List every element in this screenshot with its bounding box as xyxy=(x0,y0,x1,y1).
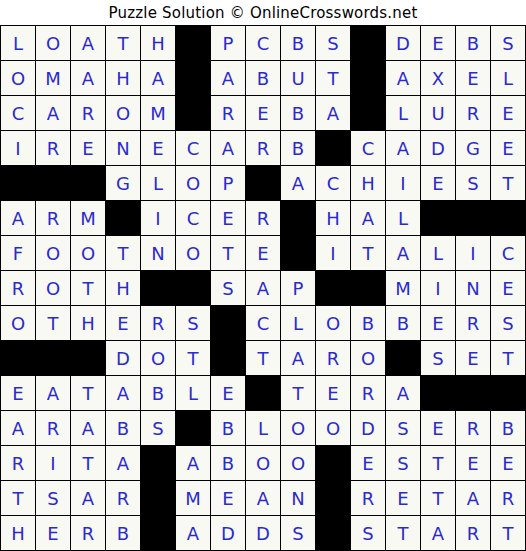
letter-cell-r12c1: A xyxy=(1,411,35,445)
letter-cell-r14c4: R xyxy=(106,481,140,515)
letter-cell-r11c1: E xyxy=(1,376,35,410)
letter-cell-r5c10: C xyxy=(316,166,350,200)
letter-cell-r15c13: A xyxy=(421,516,455,550)
letter-cell-r5c14: S xyxy=(456,166,490,200)
letter-cell-r13c13: T xyxy=(421,446,455,480)
letter-cell-r15c1: H xyxy=(1,516,35,550)
letter-cell-r1c12: D xyxy=(386,26,420,60)
letter-cell-r14c2: S xyxy=(36,481,70,515)
letter-cell-r4c11: C xyxy=(351,131,385,165)
letter-cell-r8c15: E xyxy=(491,271,525,305)
letter-cell-r1c4: T xyxy=(106,26,140,60)
letter-cell-r2c5: A xyxy=(141,61,175,95)
block-cell-r2c11 xyxy=(351,61,385,95)
letter-cell-r15c7: D xyxy=(211,516,245,550)
block-cell-r3c6 xyxy=(176,96,210,130)
letter-cell-r3c8: E xyxy=(246,96,280,130)
letter-cell-r9c12: B xyxy=(386,306,420,340)
block-cell-r5c1 xyxy=(1,166,35,200)
letter-cell-r14c9: N xyxy=(281,481,315,515)
letter-cell-r11c11: R xyxy=(351,376,385,410)
letter-cell-r1c14: B xyxy=(456,26,490,60)
letter-cell-r2c8: B xyxy=(246,61,280,95)
letter-cell-r6c6: C xyxy=(176,201,210,235)
letter-cell-r10c15: T xyxy=(491,341,525,375)
letter-cell-r15c11: S xyxy=(351,516,385,550)
letter-cell-r10c8: T xyxy=(246,341,280,375)
block-cell-r5c2 xyxy=(36,166,70,200)
block-cell-r9c7 xyxy=(211,306,245,340)
letter-cell-r7c12: A xyxy=(386,236,420,270)
block-cell-r11c13 xyxy=(421,376,455,410)
letter-cell-r2c1: O xyxy=(1,61,35,95)
block-cell-r11c15 xyxy=(491,376,525,410)
letter-cell-r2c15: L xyxy=(491,61,525,95)
letter-cell-r8c12: M xyxy=(386,271,420,305)
letter-cell-r15c12: T xyxy=(386,516,420,550)
letter-cell-r3c13: U xyxy=(421,96,455,130)
letter-cell-r3c7: R xyxy=(211,96,245,130)
letter-cell-r3c10: A xyxy=(316,96,350,130)
letter-cell-r12c14: R xyxy=(456,411,490,445)
letter-cell-r5c6: O xyxy=(176,166,210,200)
block-cell-r8c5 xyxy=(141,271,175,305)
letter-cell-r7c1: F xyxy=(1,236,35,270)
letter-cell-r15c8: D xyxy=(246,516,280,550)
letter-cell-r6c1: A xyxy=(1,201,35,235)
block-cell-r7c9 xyxy=(281,236,315,270)
letter-cell-r9c15: S xyxy=(491,306,525,340)
letter-cell-r4c8: R xyxy=(246,131,280,165)
letter-cell-r11c10: E xyxy=(316,376,350,410)
letter-cell-r15c2: E xyxy=(36,516,70,550)
letter-cell-r11c5: B xyxy=(141,376,175,410)
letter-cell-r7c14: I xyxy=(456,236,490,270)
block-cell-r11c8 xyxy=(246,376,280,410)
letter-cell-r4c13: D xyxy=(421,131,455,165)
letter-cell-r12c9: O xyxy=(281,411,315,445)
letter-cell-r4c4: N xyxy=(106,131,140,165)
letter-cell-r9c5: R xyxy=(141,306,175,340)
letter-cell-r1c13: E xyxy=(421,26,455,60)
block-cell-r1c6 xyxy=(176,26,210,60)
letter-cell-r4c1: I xyxy=(1,131,35,165)
letter-cell-r12c2: R xyxy=(36,411,70,445)
block-cell-r6c15 xyxy=(491,201,525,235)
letter-cell-r7c10: I xyxy=(316,236,350,270)
letter-cell-r6c11: A xyxy=(351,201,385,235)
block-cell-r10c1 xyxy=(1,341,35,375)
letter-cell-r13c11: E xyxy=(351,446,385,480)
letter-cell-r4c5: E xyxy=(141,131,175,165)
letter-cell-r8c7: S xyxy=(211,271,245,305)
letter-cell-r2c7: A xyxy=(211,61,245,95)
letter-cell-r8c4: H xyxy=(106,271,140,305)
letter-cell-r1c15: S xyxy=(491,26,525,60)
letter-cell-r12c13: E xyxy=(421,411,455,445)
block-cell-r10c2 xyxy=(36,341,70,375)
letter-cell-r11c3: T xyxy=(71,376,105,410)
letter-cell-r12c11: D xyxy=(351,411,385,445)
block-cell-r3c11 xyxy=(351,96,385,130)
letter-cell-r2c13: X xyxy=(421,61,455,95)
letter-cell-r5c12: I xyxy=(386,166,420,200)
letter-cell-r1c5: H xyxy=(141,26,175,60)
letter-cell-r1c7: P xyxy=(211,26,245,60)
letter-cell-r8c2: O xyxy=(36,271,70,305)
letter-cell-r8c3: T xyxy=(71,271,105,305)
letter-cell-r13c9: O xyxy=(281,446,315,480)
letter-cell-r12c15: B xyxy=(491,411,525,445)
block-cell-r8c11 xyxy=(351,271,385,305)
letter-cell-r10c6: T xyxy=(176,341,210,375)
letter-cell-r7c2: O xyxy=(36,236,70,270)
letter-cell-r11c4: A xyxy=(106,376,140,410)
letter-cell-r10c5: O xyxy=(141,341,175,375)
block-cell-r4c10 xyxy=(316,131,350,165)
letter-cell-r2c14: E xyxy=(456,61,490,95)
letter-cell-r9c1: O xyxy=(1,306,35,340)
letter-cell-r9c3: H xyxy=(71,306,105,340)
letter-cell-r14c3: A xyxy=(71,481,105,515)
block-cell-r8c6 xyxy=(176,271,210,305)
letter-cell-r14c6: M xyxy=(176,481,210,515)
letter-cell-r5c4: G xyxy=(106,166,140,200)
letter-cell-r9c9: L xyxy=(281,306,315,340)
letter-cell-r5c13: E xyxy=(421,166,455,200)
block-cell-r6c9 xyxy=(281,201,315,235)
letter-cell-r14c14: A xyxy=(456,481,490,515)
letter-cell-r13c6: A xyxy=(176,446,210,480)
letter-cell-r7c7: T xyxy=(211,236,245,270)
block-cell-r6c13 xyxy=(421,201,455,235)
letter-cell-r14c15: R xyxy=(491,481,525,515)
letter-cell-r15c15: T xyxy=(491,516,525,550)
letter-cell-r8c13: I xyxy=(421,271,455,305)
letter-cell-r8c9: P xyxy=(281,271,315,305)
letter-cell-r13c8: O xyxy=(246,446,280,480)
letter-cell-r12c10: O xyxy=(316,411,350,445)
letter-cell-r7c8: E xyxy=(246,236,280,270)
block-cell-r15c10 xyxy=(316,516,350,550)
letter-cell-r6c8: R xyxy=(246,201,280,235)
letter-cell-r9c6: S xyxy=(176,306,210,340)
letter-cell-r8c14: N xyxy=(456,271,490,305)
letter-cell-r4c9: B xyxy=(281,131,315,165)
letter-cell-r14c11: R xyxy=(351,481,385,515)
letter-cell-r12c7: B xyxy=(211,411,245,445)
letter-cell-r13c15: E xyxy=(491,446,525,480)
puzzle-solution-page: Puzzle Solution © OnlineCrosswords.net L… xyxy=(0,0,526,551)
letter-cell-r11c2: A xyxy=(36,376,70,410)
letter-cell-r10c11: O xyxy=(351,341,385,375)
letter-cell-r3c14: R xyxy=(456,96,490,130)
letter-cell-r11c12: A xyxy=(386,376,420,410)
letter-cell-r3c5: M xyxy=(141,96,175,130)
letter-cell-r2c2: M xyxy=(36,61,70,95)
letter-cell-r2c4: H xyxy=(106,61,140,95)
block-cell-r8c10 xyxy=(316,271,350,305)
letter-cell-r10c14: E xyxy=(456,341,490,375)
crossword-grid: LOATHPCBSDEBSOMAHAABUTAXELCAROMREBALUREI… xyxy=(0,25,526,551)
letter-cell-r7c11: T xyxy=(351,236,385,270)
letter-cell-r10c13: S xyxy=(421,341,455,375)
letter-cell-r13c1: R xyxy=(1,446,35,480)
letter-cell-r1c1: L xyxy=(1,26,35,60)
block-cell-r14c5 xyxy=(141,481,175,515)
letter-cell-r6c7: E xyxy=(211,201,245,235)
letter-cell-r14c1: T xyxy=(1,481,35,515)
letter-cell-r5c7: P xyxy=(211,166,245,200)
letter-cell-r7c3: O xyxy=(71,236,105,270)
letter-cell-r10c4: D xyxy=(106,341,140,375)
letter-cell-r1c10: S xyxy=(316,26,350,60)
letter-cell-r12c3: A xyxy=(71,411,105,445)
block-cell-r12c6 xyxy=(176,411,210,445)
letter-cell-r13c14: E xyxy=(456,446,490,480)
letter-cell-r6c3: M xyxy=(71,201,105,235)
letter-cell-r1c9: B xyxy=(281,26,315,60)
letter-cell-r5c15: T xyxy=(491,166,525,200)
letter-cell-r7c5: N xyxy=(141,236,175,270)
block-cell-r11c14 xyxy=(456,376,490,410)
letter-cell-r12c12: S xyxy=(386,411,420,445)
letter-cell-r14c12: E xyxy=(386,481,420,515)
letter-cell-r15c6: A xyxy=(176,516,210,550)
letter-cell-r6c5: I xyxy=(141,201,175,235)
letter-cell-r3c15: E xyxy=(491,96,525,130)
letter-cell-r3c3: R xyxy=(71,96,105,130)
block-cell-r2c6 xyxy=(176,61,210,95)
letter-cell-r10c10: R xyxy=(316,341,350,375)
letter-cell-r14c13: T xyxy=(421,481,455,515)
letter-cell-r7c15: C xyxy=(491,236,525,270)
letter-cell-r3c4: O xyxy=(106,96,140,130)
letter-cell-r14c7: E xyxy=(211,481,245,515)
letter-cell-r2c10: T xyxy=(316,61,350,95)
letter-cell-r9c8: C xyxy=(246,306,280,340)
letter-cell-r13c12: S xyxy=(386,446,420,480)
letter-cell-r7c4: T xyxy=(106,236,140,270)
letter-cell-r4c3: E xyxy=(71,131,105,165)
letter-cell-r4c12: A xyxy=(386,131,420,165)
letter-cell-r1c8: C xyxy=(246,26,280,60)
letter-cell-r13c4: A xyxy=(106,446,140,480)
letter-cell-r3c9: B xyxy=(281,96,315,130)
letter-cell-r6c12: L xyxy=(386,201,420,235)
letter-cell-r9c2: T xyxy=(36,306,70,340)
letter-cell-r15c14: R xyxy=(456,516,490,550)
letter-cell-r15c4: B xyxy=(106,516,140,550)
letter-cell-r9c4: E xyxy=(106,306,140,340)
letter-cell-r5c9: A xyxy=(281,166,315,200)
letter-cell-r4c15: E xyxy=(491,131,525,165)
block-cell-r6c14 xyxy=(456,201,490,235)
letter-cell-r1c2: O xyxy=(36,26,70,60)
block-cell-r5c8 xyxy=(246,166,280,200)
letter-cell-r8c8: A xyxy=(246,271,280,305)
block-cell-r5c3 xyxy=(71,166,105,200)
letter-cell-r9c11: B xyxy=(351,306,385,340)
letter-cell-r2c9: U xyxy=(281,61,315,95)
letter-cell-r6c2: R xyxy=(36,201,70,235)
letter-cell-r15c3: R xyxy=(71,516,105,550)
letter-cell-r4c14: G xyxy=(456,131,490,165)
letter-cell-r11c9: T xyxy=(281,376,315,410)
letter-cell-r2c12: A xyxy=(386,61,420,95)
letter-cell-r9c10: O xyxy=(316,306,350,340)
letter-cell-r9c14: R xyxy=(456,306,490,340)
block-cell-r14c10 xyxy=(316,481,350,515)
letter-cell-r12c4: B xyxy=(106,411,140,445)
block-cell-r10c12 xyxy=(386,341,420,375)
letter-cell-r13c2: I xyxy=(36,446,70,480)
block-cell-r13c10 xyxy=(316,446,350,480)
letter-cell-r3c2: A xyxy=(36,96,70,130)
letter-cell-r13c3: T xyxy=(71,446,105,480)
letter-cell-r14c8: A xyxy=(246,481,280,515)
block-cell-r15c5 xyxy=(141,516,175,550)
letter-cell-r9c13: E xyxy=(421,306,455,340)
letter-cell-r6c10: H xyxy=(316,201,350,235)
block-cell-r10c3 xyxy=(71,341,105,375)
block-cell-r13c5 xyxy=(141,446,175,480)
letter-cell-r11c6: L xyxy=(176,376,210,410)
letter-cell-r1c3: A xyxy=(71,26,105,60)
letter-cell-r2c3: A xyxy=(71,61,105,95)
letter-cell-r13c7: B xyxy=(211,446,245,480)
letter-cell-r4c7: A xyxy=(211,131,245,165)
letter-cell-r3c12: L xyxy=(386,96,420,130)
letter-cell-r12c5: S xyxy=(141,411,175,445)
block-cell-r1c11 xyxy=(351,26,385,60)
letter-cell-r5c11: H xyxy=(351,166,385,200)
letter-cell-r11c7: E xyxy=(211,376,245,410)
letter-cell-r10c9: A xyxy=(281,341,315,375)
letter-cell-r7c6: O xyxy=(176,236,210,270)
letter-cell-r3c1: C xyxy=(1,96,35,130)
letter-cell-r12c8: L xyxy=(246,411,280,445)
letter-cell-r5c5: L xyxy=(141,166,175,200)
page-title: Puzzle Solution © OnlineCrosswords.net xyxy=(0,0,526,25)
letter-cell-r4c6: C xyxy=(176,131,210,165)
letter-cell-r7c13: L xyxy=(421,236,455,270)
letter-cell-r8c1: R xyxy=(1,271,35,305)
block-cell-r10c7 xyxy=(211,341,245,375)
letter-cell-r4c2: R xyxy=(36,131,70,165)
letter-cell-r15c9: S xyxy=(281,516,315,550)
block-cell-r6c4 xyxy=(106,201,140,235)
